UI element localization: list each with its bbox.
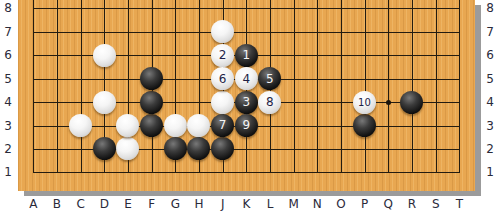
move-5-stone-black-L5[interactable]: 5	[258, 67, 281, 90]
col-label-K: K	[236, 197, 256, 211]
stone-white-D6[interactable]	[93, 44, 116, 67]
move-7-stone-black-J3[interactable]: 7	[211, 114, 234, 137]
row-label-left-5: 5	[0, 72, 16, 86]
row-label-right-7: 7	[481, 25, 499, 39]
col-label-Q: Q	[378, 197, 398, 211]
stone-white-C3[interactable]	[69, 114, 92, 137]
row-label-right-2: 2	[481, 142, 499, 156]
stone-black-D2[interactable]	[93, 137, 116, 160]
row-label-left-1: 1	[0, 165, 16, 179]
row-label-right-4: 4	[481, 95, 499, 109]
col-label-R: R	[402, 197, 422, 211]
row-label-left-3: 3	[0, 119, 16, 133]
row-label-right-5: 5	[481, 72, 499, 86]
row-label-left-7: 7	[0, 25, 16, 39]
stone-black-F4[interactable]	[140, 91, 163, 114]
go-board-diagram: 12345678910 87654321 87654321 ABCDEFGHJK…	[0, 0, 500, 212]
move-4-stone-white-K5[interactable]: 4	[235, 67, 258, 90]
stone-white-D4[interactable]	[93, 91, 116, 114]
col-label-B: B	[47, 197, 67, 211]
col-label-S: S	[426, 197, 446, 211]
col-label-O: O	[331, 197, 351, 211]
stone-white-H3[interactable]	[187, 114, 210, 137]
row-label-left-4: 4	[0, 95, 16, 109]
move-1-stone-black-K6[interactable]: 1	[235, 44, 258, 67]
goban[interactable]: 12345678910	[18, 0, 475, 191]
move-10-stone-white-P4[interactable]: 10	[353, 91, 376, 114]
col-label-G: G	[165, 197, 185, 211]
col-label-M: M	[284, 197, 304, 211]
stone-white-J7[interactable]	[211, 20, 234, 43]
move-9-stone-black-K3[interactable]: 9	[235, 114, 258, 137]
col-label-J: J	[213, 197, 233, 211]
row-label-left-2: 2	[0, 142, 16, 156]
col-label-A: A	[23, 197, 43, 211]
row-label-left-8: 8	[0, 1, 16, 15]
stone-black-P3[interactable]	[353, 114, 376, 137]
col-label-C: C	[71, 197, 91, 211]
stone-black-H2[interactable]	[187, 137, 210, 160]
row-label-right-8: 8	[481, 1, 499, 15]
move-3-stone-black-K4[interactable]: 3	[235, 91, 258, 114]
stone-black-F3[interactable]	[140, 114, 163, 137]
col-label-T: T	[449, 197, 469, 211]
stone-white-E3[interactable]	[116, 114, 139, 137]
col-label-P: P	[355, 197, 375, 211]
stone-white-E2[interactable]	[116, 137, 139, 160]
stone-black-F5[interactable]	[140, 67, 163, 90]
move-8-stone-white-L4[interactable]: 8	[258, 91, 281, 114]
col-label-E: E	[118, 197, 138, 211]
row-label-right-1: 1	[481, 165, 499, 179]
stone-white-J4[interactable]	[211, 91, 234, 114]
col-label-L: L	[260, 197, 280, 211]
row-label-right-6: 6	[481, 48, 499, 62]
stone-black-R4[interactable]	[400, 91, 423, 114]
stone-white-G3[interactable]	[164, 114, 187, 137]
stone-black-G2[interactable]	[164, 137, 187, 160]
col-label-N: N	[307, 197, 327, 211]
col-label-D: D	[94, 197, 114, 211]
move-6-stone-white-J5[interactable]: 6	[211, 67, 234, 90]
col-label-F: F	[142, 197, 162, 211]
stones-grid: 12345678910	[21, 0, 471, 184]
col-label-H: H	[189, 197, 209, 211]
row-label-right-3: 3	[481, 119, 499, 133]
move-2-stone-white-J6[interactable]: 2	[211, 44, 234, 67]
row-label-left-6: 6	[0, 48, 16, 62]
stone-black-J2[interactable]	[211, 137, 234, 160]
